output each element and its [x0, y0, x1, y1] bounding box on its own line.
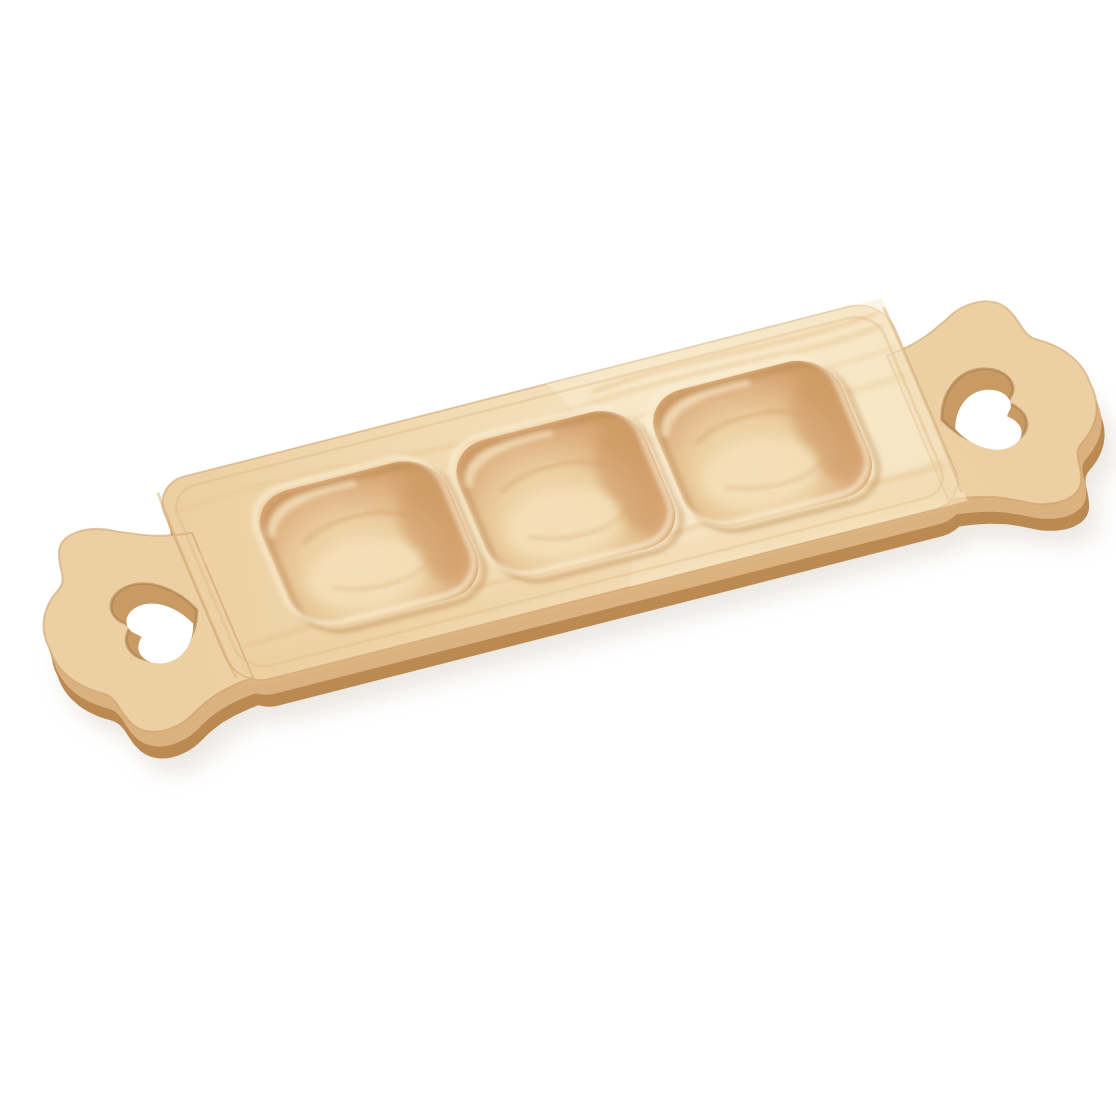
product-photo-canvas	[0, 0, 1116, 1116]
tray-top-face	[0, 259, 1116, 749]
wooden-tray-illustration	[0, 0, 1116, 1116]
